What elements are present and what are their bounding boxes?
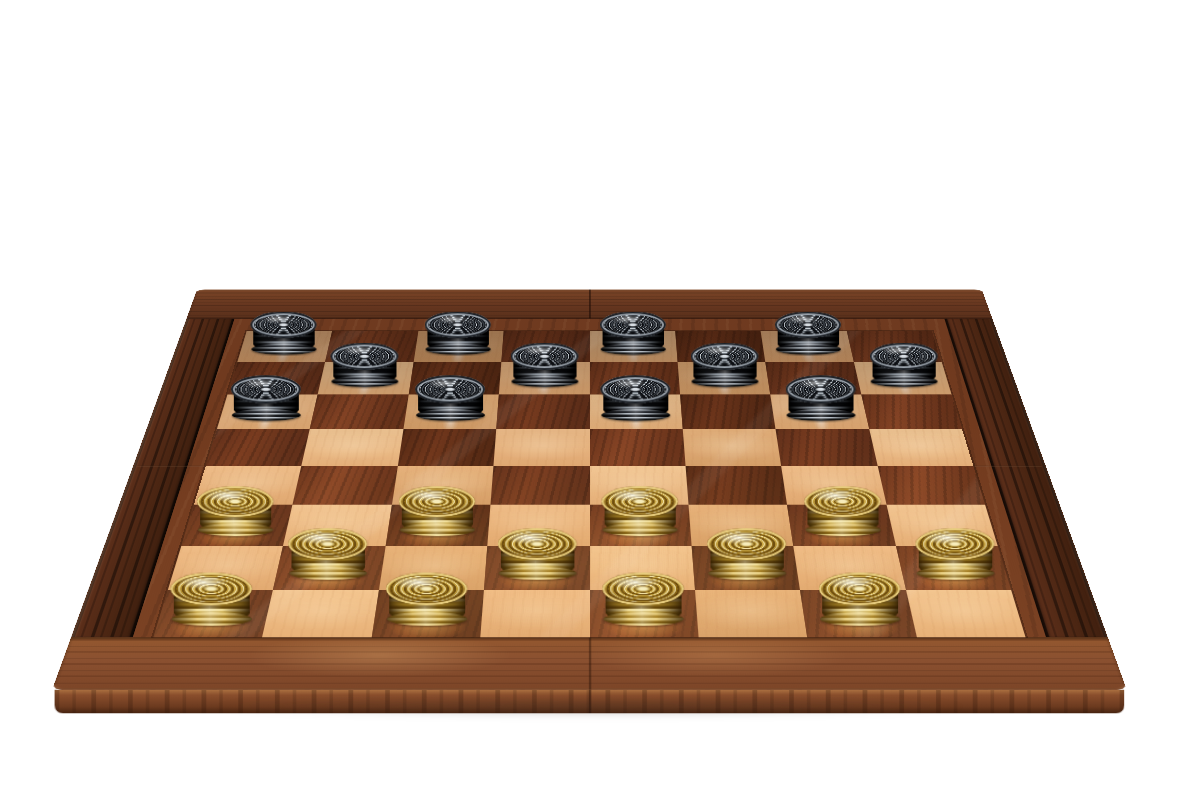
piece-base-rim [289, 566, 367, 579]
square-d7[interactable] [499, 362, 590, 395]
piece-concentric-rings-top [775, 312, 841, 339]
square-b7[interactable] [318, 362, 413, 395]
piece-concentric-rings-top [231, 375, 301, 403]
piece-gold-man[interactable] [602, 486, 679, 536]
square-g3[interactable] [787, 505, 895, 546]
piece-gold-man[interactable] [497, 528, 576, 579]
piece-black-man[interactable] [690, 343, 758, 387]
piece-base-rim [426, 343, 491, 354]
square-g1[interactable] [800, 590, 916, 637]
piece-gold-man[interactable] [707, 528, 786, 579]
piece-base-rim [820, 612, 901, 626]
square-h1[interactable] [906, 590, 1026, 637]
piece-base-rim [601, 343, 666, 354]
piece-base-rim [601, 409, 670, 421]
piece-base-rim [917, 566, 995, 579]
piece-concentric-rings-top [197, 486, 274, 517]
piece-gold-man[interactable] [288, 528, 367, 579]
square-e6[interactable] [590, 395, 683, 430]
piece-gold-man[interactable] [386, 573, 468, 626]
square-h7[interactable] [854, 362, 952, 395]
square-c8[interactable] [413, 331, 503, 362]
piece-concentric-rings-top [170, 573, 252, 606]
piece-base-rim [786, 409, 855, 421]
piece-gold-man[interactable] [804, 486, 881, 536]
piece-base-rim [776, 343, 841, 354]
square-f5[interactable] [683, 429, 782, 466]
square-a6[interactable] [217, 395, 318, 430]
piece-concentric-rings-top [250, 312, 316, 339]
board-perspective-wrapper [136, 5, 1043, 812]
square-e3[interactable] [590, 505, 692, 546]
piece-concentric-rings-top [870, 343, 938, 370]
piece-gold-man[interactable] [197, 486, 274, 536]
piece-black-man[interactable] [425, 312, 491, 355]
square-b6[interactable] [310, 395, 408, 430]
piece-base-rim [331, 375, 398, 386]
square-c1[interactable] [372, 590, 485, 637]
board-frame-near-rail [52, 637, 1127, 689]
square-e8[interactable] [590, 331, 678, 362]
square-g5[interactable] [776, 429, 878, 466]
piece-black-man[interactable] [510, 343, 578, 387]
square-b5[interactable] [302, 429, 404, 466]
piece-base-rim [416, 409, 485, 421]
square-g8[interactable] [761, 331, 854, 362]
square-h6[interactable] [861, 395, 962, 430]
piece-black-man[interactable] [775, 312, 841, 355]
piece-concentric-rings-top [497, 528, 576, 560]
square-a5[interactable] [206, 429, 310, 466]
piece-base-rim [498, 566, 576, 579]
piece-black-man[interactable] [331, 343, 399, 387]
piece-concentric-rings-top [331, 343, 399, 370]
square-b4[interactable] [293, 466, 398, 505]
piece-concentric-rings-top [690, 343, 758, 370]
piece-concentric-rings-top [707, 528, 786, 560]
square-c6[interactable] [403, 395, 499, 430]
piece-black-man[interactable] [416, 375, 486, 420]
square-f1[interactable] [695, 590, 808, 637]
piece-black-man[interactable] [870, 343, 938, 387]
piece-gold-man[interactable] [916, 528, 995, 579]
square-b1[interactable] [263, 590, 379, 637]
piece-base-rim [197, 523, 272, 536]
piece-base-rim [691, 375, 758, 386]
square-e1[interactable] [590, 590, 699, 637]
piece-base-rim [871, 375, 938, 386]
piece-concentric-rings-top [288, 528, 367, 560]
square-d4[interactable] [491, 466, 590, 505]
square-c5[interactable] [398, 429, 497, 466]
board-front-edge [55, 690, 1125, 714]
piece-gold-man[interactable] [602, 573, 684, 626]
square-f4[interactable] [685, 466, 787, 505]
piece-black-man[interactable] [231, 375, 301, 420]
piece-base-rim [707, 566, 785, 579]
photo-white-background: { "game": { "name": "Checkers (Draughts)… [0, 0, 1200, 812]
piece-concentric-rings-top [804, 486, 881, 517]
piece-gold-man[interactable] [819, 573, 901, 626]
near-rail-center-seam [588, 637, 590, 689]
piece-base-rim [602, 523, 677, 536]
piece-base-rim [603, 612, 684, 626]
piece-base-rim [171, 612, 252, 626]
square-f2[interactable] [692, 546, 801, 590]
far-rail-center-seam [589, 290, 591, 319]
piece-black-man[interactable] [786, 375, 856, 420]
square-f6[interactable] [680, 395, 776, 430]
piece-black-man[interactable] [250, 312, 316, 355]
square-d6[interactable] [496, 395, 589, 430]
square-a1[interactable] [154, 590, 274, 637]
piece-base-rim [251, 343, 316, 354]
piece-concentric-rings-top [600, 312, 666, 339]
piece-concentric-rings-top [916, 528, 995, 560]
piece-base-rim [511, 375, 578, 386]
square-c3[interactable] [385, 505, 490, 546]
piece-base-rim [231, 409, 300, 421]
square-f7[interactable] [678, 362, 771, 395]
square-d1[interactable] [481, 590, 590, 637]
square-a8[interactable] [237, 331, 332, 362]
piece-black-man[interactable] [601, 375, 671, 420]
piece-base-rim [805, 523, 880, 536]
square-d2[interactable] [484, 546, 589, 590]
square-a3[interactable] [181, 505, 293, 546]
piece-gold-man[interactable] [170, 573, 252, 626]
front-edge-center-seam [588, 690, 590, 714]
square-h2[interactable] [896, 546, 1011, 590]
board-grid [154, 331, 1026, 637]
square-b2[interactable] [273, 546, 385, 590]
piece-black-man[interactable] [600, 312, 666, 355]
square-h4[interactable] [877, 466, 985, 505]
checkers-board [52, 290, 1127, 690]
piece-concentric-rings-top [510, 343, 578, 370]
piece-gold-man[interactable] [399, 486, 476, 536]
piece-base-rim [400, 523, 475, 536]
square-d5[interactable] [494, 429, 590, 466]
piece-base-rim [387, 612, 468, 626]
square-h5[interactable] [869, 429, 973, 466]
square-e5[interactable] [590, 429, 686, 466]
square-g6[interactable] [771, 395, 869, 430]
